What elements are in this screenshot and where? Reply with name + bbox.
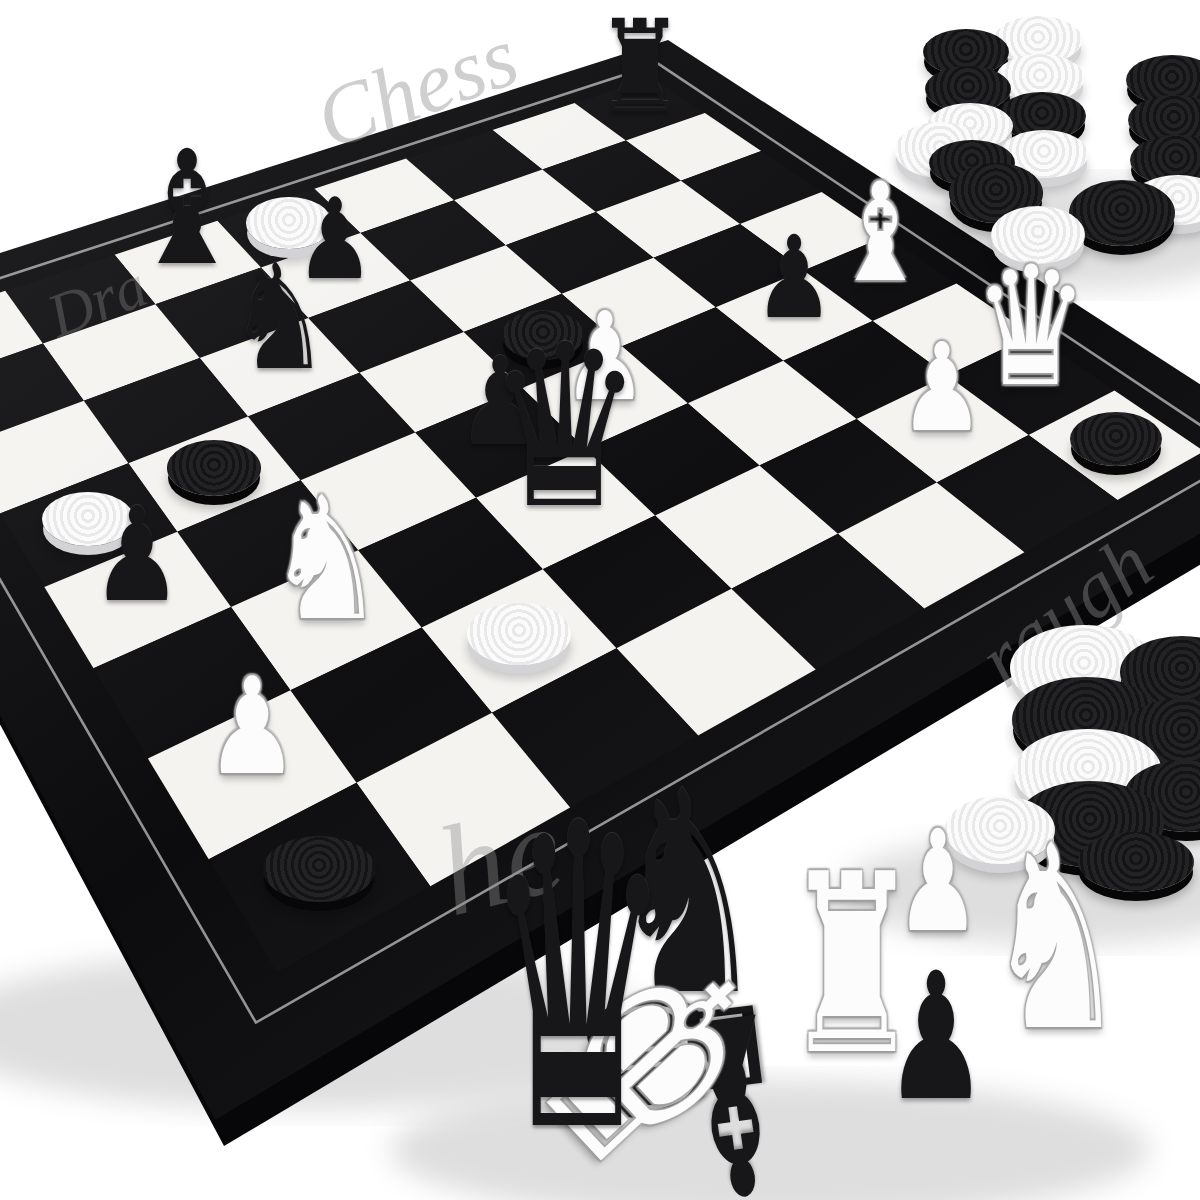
table-shadow <box>390 1080 1150 1200</box>
table-shadow <box>840 835 1200 945</box>
chess-board: ChessDraheraugh <box>0 0 1200 1200</box>
photo-chess-draughts-scene: ChessDraheraugh ♜♝♟♞♟♟♛♝♟♛♟♟♞♟♛♞♚♚♝♜♟♟♞ <box>0 0 1200 1200</box>
